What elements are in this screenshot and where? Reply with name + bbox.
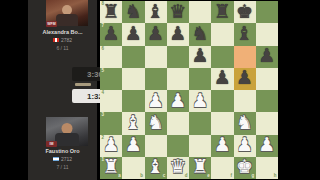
piece-white-pawn-a2[interactable]: ♟ [103, 135, 120, 154]
square-f4[interactable] [211, 90, 233, 112]
square-g2[interactable]: ♟ [234, 135, 256, 157]
piece-white-pawn-h2[interactable]: ♟ [258, 135, 275, 154]
bottom-player-name[interactable]: Faustino Oro [28, 148, 97, 154]
square-f2[interactable]: ♟ [211, 135, 233, 157]
piece-black-pawn-e6[interactable]: ♟ [192, 46, 209, 65]
chess-board[interactable]: ♟ 8♜♞♝♛♜♚7♟♟♟♟♞♝6♟♟5♟♟4♟♟♟3♝♞♞2♟♟♟♟♟1a♜b… [100, 1, 278, 179]
piece-black-queen-d8[interactable]: ♛ [169, 2, 186, 21]
top-player-rating-row: 2782 [28, 37, 97, 43]
square-h1[interactable]: h [256, 157, 278, 179]
file-label-b: b [140, 174, 143, 179]
piece-black-pawn-b7[interactable]: ♟ [125, 24, 142, 43]
rank-label-5: 5 [102, 69, 105, 74]
square-d5[interactable] [167, 68, 189, 90]
square-e2[interactable] [189, 135, 211, 157]
piece-black-pawn-h6[interactable]: ♟ [258, 46, 275, 65]
piece-black-pawn-c7[interactable]: ♟ [147, 24, 164, 43]
square-b2[interactable]: ♟ [122, 135, 144, 157]
square-f6[interactable] [211, 46, 233, 68]
square-g7[interactable]: ♝ [234, 23, 256, 45]
square-c6[interactable] [145, 46, 167, 68]
square-g6[interactable] [234, 46, 256, 68]
piece-white-pawn-e4[interactable]: ♟ [192, 91, 209, 110]
piece-white-pawn-g2[interactable]: ♟ [236, 135, 253, 154]
square-b4[interactable] [122, 90, 144, 112]
square-c4[interactable]: ♟ [145, 90, 167, 112]
piece-white-knight-g3[interactable]: ♞ [236, 113, 253, 132]
square-h6[interactable]: ♟ [256, 46, 278, 68]
square-b5[interactable] [122, 68, 144, 90]
square-g1[interactable]: g♚ [234, 157, 256, 179]
square-a8[interactable]: 8♜ [100, 1, 122, 23]
square-d3[interactable] [167, 112, 189, 134]
argentina-flag-icon [53, 157, 59, 161]
square-f8[interactable]: ♜ [211, 1, 233, 23]
top-player-rating: 2782 [61, 37, 72, 43]
square-e1[interactable]: e♜ [189, 157, 211, 179]
players-sidebar: WFM Alexandra Bo... 2782 6 / 11 3:30 1:3… [28, 0, 97, 180]
file-label-f: f [231, 174, 233, 179]
square-e4[interactable]: ♟ [189, 90, 211, 112]
piece-black-pawn-d7[interactable]: ♟ [169, 24, 186, 43]
square-h5[interactable] [256, 68, 278, 90]
piece-white-pawn-b2[interactable]: ♟ [125, 135, 142, 154]
square-h7[interactable] [256, 23, 278, 45]
piece-black-knight-b8[interactable]: ♞ [125, 2, 142, 21]
rank-label-3: 3 [102, 113, 105, 118]
square-d8[interactable]: ♛ [167, 1, 189, 23]
piece-black-pawn-f5[interactable]: ♟ [214, 68, 231, 87]
square-e5[interactable] [189, 68, 211, 90]
bottom-player-title-badge: IM [46, 141, 57, 147]
square-c2[interactable] [145, 135, 167, 157]
piece-white-pawn-f2[interactable]: ♟ [214, 135, 231, 154]
piece-white-pawn-d4[interactable]: ♟ [169, 91, 186, 110]
square-e6[interactable]: ♟ [189, 46, 211, 68]
piece-white-king-g1[interactable]: ♚ [236, 157, 253, 176]
square-a7[interactable]: 7♟ [100, 23, 122, 45]
square-g5[interactable]: ♟ [234, 68, 256, 90]
bottom-player-score: 7 / 11 [28, 164, 97, 170]
top-player-name[interactable]: Alexandra Bo... [28, 29, 97, 35]
piece-black-pawn-g5[interactable]: ♟ [236, 68, 253, 87]
progress-bar [75, 83, 91, 86]
square-e8[interactable] [189, 1, 211, 23]
bottom-player-rating-row: 2712 [28, 156, 97, 162]
square-a1[interactable]: 1a♜ [100, 157, 122, 179]
square-d7[interactable]: ♟ [167, 23, 189, 45]
square-a2[interactable]: 2♟ [100, 135, 122, 157]
square-c7[interactable]: ♟ [145, 23, 167, 45]
square-d2[interactable] [167, 135, 189, 157]
square-f3[interactable] [211, 112, 233, 134]
square-b3[interactable]: ♝ [122, 112, 144, 134]
square-e7[interactable]: ♞ [189, 23, 211, 45]
file-label-h: h [274, 174, 277, 179]
square-g8[interactable]: ♚ [234, 1, 256, 23]
square-d4[interactable]: ♟ [167, 90, 189, 112]
square-c1[interactable]: c♝ [145, 157, 167, 179]
square-b8[interactable]: ♞ [122, 1, 144, 23]
square-h8[interactable] [256, 1, 278, 23]
piece-black-pawn-a7[interactable]: ♟ [103, 24, 120, 43]
canada-flag-icon [53, 38, 59, 42]
square-f7[interactable] [211, 23, 233, 45]
square-a6[interactable]: 6 [100, 46, 122, 68]
square-c3[interactable]: ♞ [145, 112, 167, 134]
piece-white-rook-a1[interactable]: ♜ [103, 157, 120, 176]
square-g3[interactable]: ♞ [234, 112, 256, 134]
square-d1[interactable]: d♛ [167, 157, 189, 179]
square-h2[interactable]: ♟ [256, 135, 278, 157]
piece-white-bishop-c1[interactable]: ♝ [147, 157, 164, 176]
piece-black-king-g8[interactable]: ♚ [236, 2, 253, 21]
rank-label-6: 6 [102, 47, 105, 52]
square-f1[interactable]: f [211, 157, 233, 179]
piece-black-rook-a8[interactable]: ♜ [103, 2, 120, 21]
piece-black-rook-f8[interactable]: ♜ [214, 2, 231, 21]
square-a3[interactable]: 3 [100, 112, 122, 134]
square-c8[interactable]: ♝ [145, 1, 167, 23]
square-b7[interactable]: ♟ [122, 23, 144, 45]
square-g4[interactable] [234, 90, 256, 112]
avatar-silhouette [55, 133, 79, 146]
piece-white-queen-d1[interactable]: ♛ [169, 157, 186, 176]
app-window: WFM Alexandra Bo... 2782 6 / 11 3:30 1:3… [0, 0, 320, 180]
square-h3[interactable] [256, 112, 278, 134]
piece-white-bishop-b3[interactable]: ♝ [125, 113, 142, 132]
bottom-player-rating: 2712 [61, 156, 72, 162]
square-c5[interactable] [145, 68, 167, 90]
piece-white-rook-e1[interactable]: ♜ [192, 157, 209, 176]
piece-black-bishop-g7[interactable]: ♝ [236, 24, 253, 43]
piece-white-knight-c3[interactable]: ♞ [147, 113, 164, 132]
square-b1[interactable]: b [122, 157, 144, 179]
square-b6[interactable] [122, 46, 144, 68]
piece-black-bishop-c8[interactable]: ♝ [147, 2, 164, 21]
square-d6[interactable] [167, 46, 189, 68]
rank-label-4: 4 [102, 91, 105, 96]
square-f5[interactable]: ♟ [211, 68, 233, 90]
square-a5[interactable]: 5 [100, 68, 122, 90]
piece-white-pawn-c4[interactable]: ♟ [147, 91, 164, 110]
piece-black-knight-e7[interactable]: ♞ [192, 24, 209, 43]
top-player-score: 6 / 11 [28, 45, 97, 51]
square-h4[interactable] [256, 90, 278, 112]
square-e3[interactable] [189, 112, 211, 134]
avatar-silhouette [56, 14, 78, 26]
square-a4[interactable]: 4 [100, 90, 122, 112]
top-player-title-badge: WFM [46, 21, 57, 27]
